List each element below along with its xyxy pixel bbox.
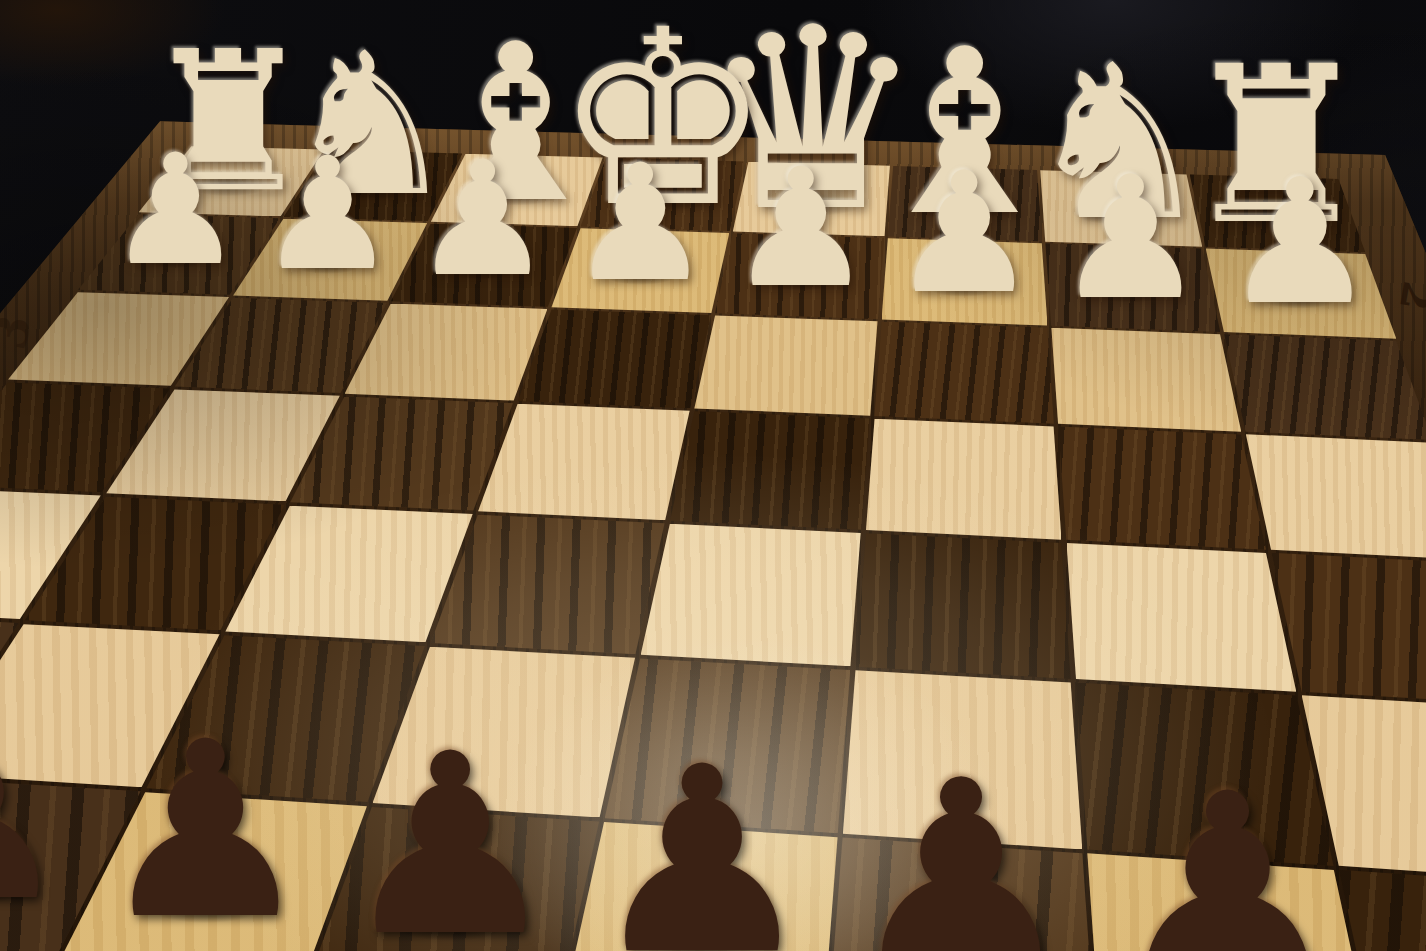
pieces-layer: ♞♜♟♟♟♟♟♟♟♟♟♟♟♟♟♟♟♟♜♞♝♛♚♝♞♜ [0,0,1426,951]
white-pawn-d2[interactable]: ♟ [719,147,883,311]
white-pawn-g2[interactable]: ♟ [250,137,405,292]
white-pawn-a2[interactable]: ♟ [1214,157,1387,330]
black-pawn-f7[interactable]: ♟ [84,709,327,951]
white-pawn-e2[interactable]: ♟ [560,144,721,305]
black-pawn-d7[interactable]: ♟ [574,734,831,951]
black-pawn-c7[interactable]: ♟ [829,746,1093,951]
chessboard-photo: 233 ♞♜♟♟♟♟♟♟♟♟♟♟♟♟♟♟♟♟♜♞♝♛♚♝♞♜ [0,0,1426,951]
black-pawn-a7[interactable]: ♟ [1362,772,1426,951]
white-pawn-f2[interactable]: ♟ [404,140,562,298]
black-pawn-e7[interactable]: ♟ [325,721,575,951]
black-knight-g8[interactable]: ♞ [0,817,19,951]
white-pawn-b2[interactable]: ♟ [1046,154,1216,324]
white-pawn-h2[interactable]: ♟ [99,134,252,287]
white-pawn-c2[interactable]: ♟ [881,150,1048,317]
black-pawn-b7[interactable]: ♟ [1092,759,1364,951]
